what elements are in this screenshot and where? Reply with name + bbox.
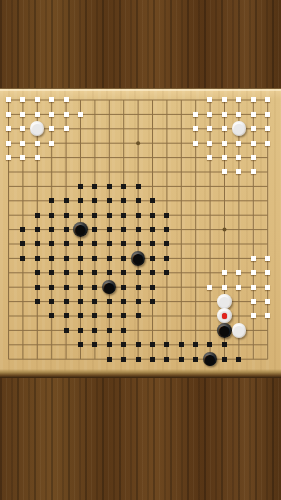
- board-cell[interactable]: [102, 352, 116, 366]
- board-cell[interactable]: [203, 237, 217, 251]
- board-cell[interactable]: [188, 323, 202, 337]
- board-cell[interactable]: [203, 107, 217, 121]
- board-cell[interactable]: [131, 136, 145, 150]
- board-cell[interactable]: [160, 107, 174, 121]
- board-cell[interactable]: [203, 337, 217, 351]
- board-cell[interactable]: [160, 251, 174, 265]
- board-cell[interactable]: [246, 222, 260, 236]
- board-cell[interactable]: [203, 165, 217, 179]
- board-cell[interactable]: [217, 265, 231, 279]
- board-cell[interactable]: [16, 194, 30, 208]
- board-cell[interactable]: [102, 208, 116, 222]
- board-cell[interactable]: [44, 165, 58, 179]
- board-cell[interactable]: [160, 150, 174, 164]
- board-cell[interactable]: [16, 265, 30, 279]
- board-cell[interactable]: [44, 237, 58, 251]
- board-cell[interactable]: [102, 179, 116, 193]
- board-cell[interactable]: [59, 122, 73, 136]
- board-cell[interactable]: [217, 237, 231, 251]
- board-cell[interactable]: [59, 265, 73, 279]
- board-cell[interactable]: [217, 352, 231, 366]
- board-cell[interactable]: [232, 179, 246, 193]
- board-cell[interactable]: [116, 237, 130, 251]
- board-cell[interactable]: [16, 179, 30, 193]
- board-cell[interactable]: [59, 251, 73, 265]
- board-cell[interactable]: [131, 337, 145, 351]
- board-cell[interactable]: [73, 280, 87, 294]
- board-cell[interactable]: [145, 337, 159, 351]
- board-cell[interactable]: [246, 194, 260, 208]
- board-cell[interactable]: [131, 294, 145, 308]
- board-cell[interactable]: [260, 323, 274, 337]
- board-cell[interactable]: [59, 179, 73, 193]
- board-cell[interactable]: [174, 309, 188, 323]
- board-cell[interactable]: [116, 265, 130, 279]
- board-cell[interactable]: [145, 107, 159, 121]
- board-cell[interactable]: [30, 208, 44, 222]
- board-cell[interactable]: [116, 251, 130, 265]
- board-cell[interactable]: [246, 107, 260, 121]
- board-cell[interactable]: [145, 122, 159, 136]
- board-cell[interactable]: [44, 323, 58, 337]
- board-cell[interactable]: [88, 208, 102, 222]
- board-cell[interactable]: [174, 194, 188, 208]
- board-cell[interactable]: [174, 222, 188, 236]
- board-cell[interactable]: [217, 107, 231, 121]
- board-cell[interactable]: [73, 93, 87, 107]
- board-cell[interactable]: [174, 107, 188, 121]
- board-cell[interactable]: [44, 136, 58, 150]
- board-cell[interactable]: [1, 337, 15, 351]
- board-cell[interactable]: [232, 208, 246, 222]
- board-cell[interactable]: [131, 265, 145, 279]
- board-cell[interactable]: [30, 265, 44, 279]
- board-cell[interactable]: [203, 93, 217, 107]
- board-cell[interactable]: [246, 294, 260, 308]
- board-cell[interactable]: [73, 323, 87, 337]
- board-cell[interactable]: [88, 122, 102, 136]
- board-cell[interactable]: [116, 208, 130, 222]
- board-cell[interactable]: [16, 93, 30, 107]
- board-cell[interactable]: [188, 222, 202, 236]
- board-cell[interactable]: [145, 323, 159, 337]
- board-cell[interactable]: ●: [217, 323, 231, 337]
- board-cell[interactable]: [102, 237, 116, 251]
- board-cell[interactable]: [88, 194, 102, 208]
- board-cell[interactable]: [44, 93, 58, 107]
- board-cell[interactable]: [1, 294, 15, 308]
- board-cell[interactable]: [246, 280, 260, 294]
- board-cell[interactable]: [188, 237, 202, 251]
- board-cell[interactable]: [16, 294, 30, 308]
- board-cell[interactable]: [59, 93, 73, 107]
- board-cell[interactable]: [59, 352, 73, 366]
- board-cell[interactable]: [217, 251, 231, 265]
- board-cell[interactable]: [217, 337, 231, 351]
- board-cell[interactable]: [30, 222, 44, 236]
- board-cell[interactable]: [88, 337, 102, 351]
- board-cell[interactable]: [145, 150, 159, 164]
- board-cell[interactable]: [16, 136, 30, 150]
- board-cell[interactable]: [73, 294, 87, 308]
- board-cell[interactable]: [160, 323, 174, 337]
- board-cell[interactable]: [145, 222, 159, 236]
- board-cell[interactable]: [260, 222, 274, 236]
- board-cell[interactable]: [102, 122, 116, 136]
- board-cell[interactable]: [160, 122, 174, 136]
- board-cell[interactable]: [44, 107, 58, 121]
- board-cell[interactable]: [30, 237, 44, 251]
- board-cell[interactable]: [1, 150, 15, 164]
- board-cell[interactable]: [131, 107, 145, 121]
- board-cell[interactable]: [102, 309, 116, 323]
- board-cell[interactable]: [145, 280, 159, 294]
- board-cell[interactable]: [16, 122, 30, 136]
- board-cell[interactable]: [30, 294, 44, 308]
- board-cell[interactable]: [59, 222, 73, 236]
- board-cell[interactable]: [88, 352, 102, 366]
- board-cell[interactable]: [116, 352, 130, 366]
- board-cell[interactable]: [232, 309, 246, 323]
- board-cell[interactable]: [102, 165, 116, 179]
- board-cell[interactable]: [203, 122, 217, 136]
- board-cell[interactable]: [188, 165, 202, 179]
- board-cell[interactable]: [30, 136, 44, 150]
- board-cell[interactable]: [73, 337, 87, 351]
- board-cell[interactable]: [217, 165, 231, 179]
- board-cell[interactable]: [102, 294, 116, 308]
- board-cell[interactable]: [1, 309, 15, 323]
- board-cell[interactable]: [203, 136, 217, 150]
- board-cell[interactable]: [88, 179, 102, 193]
- board-cell[interactable]: [217, 150, 231, 164]
- board-cell[interactable]: [160, 309, 174, 323]
- board-cell[interactable]: [174, 165, 188, 179]
- board-cell[interactable]: [246, 93, 260, 107]
- board-cell[interactable]: [160, 352, 174, 366]
- board-cell[interactable]: [246, 208, 260, 222]
- board-cell[interactable]: [73, 194, 87, 208]
- board-cell[interactable]: ●: [217, 309, 231, 323]
- board-cell[interactable]: [44, 294, 58, 308]
- board-cell[interactable]: [188, 280, 202, 294]
- board-cell[interactable]: [16, 323, 30, 337]
- board-cell[interactable]: [102, 194, 116, 208]
- board-cell[interactable]: [102, 337, 116, 351]
- board-cell[interactable]: [44, 222, 58, 236]
- board-cell[interactable]: [30, 179, 44, 193]
- board-cell[interactable]: [188, 309, 202, 323]
- board-cell[interactable]: [160, 208, 174, 222]
- board-cell[interactable]: [73, 309, 87, 323]
- board-cell[interactable]: [232, 222, 246, 236]
- board-cell[interactable]: [88, 165, 102, 179]
- board-cell[interactable]: [160, 136, 174, 150]
- board-cell[interactable]: [131, 309, 145, 323]
- board-cell[interactable]: [73, 179, 87, 193]
- board-cell[interactable]: [174, 352, 188, 366]
- board-cell[interactable]: [116, 194, 130, 208]
- board-cell[interactable]: [59, 150, 73, 164]
- board-cell[interactable]: [102, 265, 116, 279]
- board-cell[interactable]: ●: [232, 122, 246, 136]
- board-cell[interactable]: [73, 352, 87, 366]
- board-cell[interactable]: [145, 93, 159, 107]
- board-cell[interactable]: [145, 194, 159, 208]
- board-cell[interactable]: [116, 280, 130, 294]
- board-cell[interactable]: [1, 280, 15, 294]
- board-cell[interactable]: [1, 352, 15, 366]
- board-cell[interactable]: [145, 309, 159, 323]
- board-cell[interactable]: [232, 294, 246, 308]
- board-cell[interactable]: [1, 122, 15, 136]
- board-cell[interactable]: [232, 165, 246, 179]
- board-cell[interactable]: [116, 294, 130, 308]
- board-cell[interactable]: [203, 309, 217, 323]
- board-cell[interactable]: [59, 194, 73, 208]
- board-cell[interactable]: [260, 165, 274, 179]
- board-cell[interactable]: [246, 309, 260, 323]
- board-cell[interactable]: [116, 122, 130, 136]
- board-cell[interactable]: [73, 265, 87, 279]
- board-cell[interactable]: [246, 165, 260, 179]
- board-cell[interactable]: [131, 194, 145, 208]
- board-cell[interactable]: [88, 265, 102, 279]
- board-cell[interactable]: [246, 150, 260, 164]
- board-cell[interactable]: [116, 222, 130, 236]
- board-cell[interactable]: [145, 179, 159, 193]
- board-cell[interactable]: [1, 237, 15, 251]
- board-cell[interactable]: [188, 208, 202, 222]
- board-cell[interactable]: [30, 150, 44, 164]
- board-cell[interactable]: [44, 251, 58, 265]
- board-cell[interactable]: [44, 280, 58, 294]
- board-cell[interactable]: [260, 237, 274, 251]
- board-cell[interactable]: [16, 280, 30, 294]
- board-cell[interactable]: [16, 222, 30, 236]
- board-cell[interactable]: [160, 93, 174, 107]
- board-cell[interactable]: [246, 237, 260, 251]
- board-cell[interactable]: [116, 179, 130, 193]
- board-cell[interactable]: [1, 208, 15, 222]
- board-cell[interactable]: ●: [232, 323, 246, 337]
- board-cell[interactable]: [145, 136, 159, 150]
- board-cell[interactable]: [102, 93, 116, 107]
- board-cell[interactable]: [203, 294, 217, 308]
- board-cell[interactable]: [174, 208, 188, 222]
- board-cell[interactable]: [160, 194, 174, 208]
- board-cell[interactable]: ●: [30, 122, 44, 136]
- board-cell[interactable]: [260, 122, 274, 136]
- board-cell[interactable]: [131, 208, 145, 222]
- board-cell[interactable]: [174, 122, 188, 136]
- board-cell[interactable]: [217, 136, 231, 150]
- board-cell[interactable]: [131, 280, 145, 294]
- board-cell[interactable]: [59, 280, 73, 294]
- board-cell[interactable]: [102, 107, 116, 121]
- board-cell[interactable]: [16, 352, 30, 366]
- board-cell[interactable]: [174, 136, 188, 150]
- board-cell[interactable]: [1, 179, 15, 193]
- board-cell[interactable]: [203, 222, 217, 236]
- board-cell[interactable]: [217, 222, 231, 236]
- board-cell[interactable]: [1, 165, 15, 179]
- board-cell[interactable]: [44, 179, 58, 193]
- board-cell[interactable]: [30, 194, 44, 208]
- board-cell[interactable]: [188, 136, 202, 150]
- board-cell[interactable]: [73, 107, 87, 121]
- board-cell[interactable]: [160, 222, 174, 236]
- board-cell[interactable]: [59, 165, 73, 179]
- board-cell[interactable]: [16, 150, 30, 164]
- board-cell[interactable]: [203, 208, 217, 222]
- board-cell[interactable]: [131, 93, 145, 107]
- board-cell[interactable]: [246, 251, 260, 265]
- board-cell[interactable]: [160, 337, 174, 351]
- board-cell[interactable]: [203, 150, 217, 164]
- board-cell[interactable]: [73, 251, 87, 265]
- board-cell[interactable]: [188, 265, 202, 279]
- board-cell[interactable]: [16, 251, 30, 265]
- board-cell[interactable]: [260, 107, 274, 121]
- board-cell[interactable]: [188, 93, 202, 107]
- board-cell[interactable]: [30, 165, 44, 179]
- board-cell[interactable]: [217, 194, 231, 208]
- board-cell[interactable]: [131, 122, 145, 136]
- board-cell[interactable]: [88, 237, 102, 251]
- board-cell[interactable]: [188, 107, 202, 121]
- board-cell[interactable]: [174, 93, 188, 107]
- board-cell[interactable]: [44, 194, 58, 208]
- board-cell[interactable]: [73, 136, 87, 150]
- board-cell[interactable]: [217, 122, 231, 136]
- board-cell[interactable]: [260, 179, 274, 193]
- board-cell[interactable]: [102, 136, 116, 150]
- board-cell[interactable]: [88, 136, 102, 150]
- board-cell[interactable]: [203, 179, 217, 193]
- board-cell[interactable]: [246, 352, 260, 366]
- board-cell[interactable]: [232, 251, 246, 265]
- board-cell[interactable]: [73, 237, 87, 251]
- board-cell[interactable]: [246, 136, 260, 150]
- board-cell[interactable]: [30, 251, 44, 265]
- board-cell[interactable]: [203, 265, 217, 279]
- board-cell[interactable]: [88, 93, 102, 107]
- board-cell[interactable]: [145, 237, 159, 251]
- board-cell[interactable]: [260, 309, 274, 323]
- board-cell[interactable]: [44, 122, 58, 136]
- board-cell[interactable]: [260, 265, 274, 279]
- board-cell[interactable]: [174, 179, 188, 193]
- board-cell[interactable]: [44, 352, 58, 366]
- board-cell[interactable]: [260, 352, 274, 366]
- board-cell[interactable]: [188, 122, 202, 136]
- board-cell[interactable]: [59, 323, 73, 337]
- board-cell[interactable]: [59, 208, 73, 222]
- board-cell[interactable]: [232, 194, 246, 208]
- board-cell[interactable]: [1, 251, 15, 265]
- board-cell[interactable]: [160, 237, 174, 251]
- board-cell[interactable]: [73, 122, 87, 136]
- board-cell[interactable]: [16, 237, 30, 251]
- board-cell[interactable]: [59, 337, 73, 351]
- board-cell[interactable]: [30, 337, 44, 351]
- board-cell[interactable]: [232, 237, 246, 251]
- board-cell[interactable]: [131, 352, 145, 366]
- board-cell[interactable]: [88, 150, 102, 164]
- board-cell[interactable]: [260, 208, 274, 222]
- board-cell[interactable]: [188, 251, 202, 265]
- board-cell[interactable]: ●: [73, 222, 87, 236]
- board-cell[interactable]: [232, 93, 246, 107]
- board-cell[interactable]: [260, 150, 274, 164]
- board-cell[interactable]: [217, 179, 231, 193]
- board-cell[interactable]: [102, 323, 116, 337]
- board-cell[interactable]: [131, 165, 145, 179]
- board-cell[interactable]: ●: [102, 280, 116, 294]
- board-cell[interactable]: [59, 107, 73, 121]
- board-cell[interactable]: [116, 165, 130, 179]
- board-cell[interactable]: [116, 150, 130, 164]
- board-cell[interactable]: [1, 107, 15, 121]
- board-cell[interactable]: [232, 337, 246, 351]
- board-cell[interactable]: [260, 93, 274, 107]
- board-cell[interactable]: [260, 337, 274, 351]
- board-cell[interactable]: [1, 194, 15, 208]
- board-cell[interactable]: [174, 251, 188, 265]
- board-cell[interactable]: [246, 337, 260, 351]
- board-cell[interactable]: [174, 323, 188, 337]
- board-cell[interactable]: [160, 294, 174, 308]
- board-cell[interactable]: [16, 107, 30, 121]
- board-cell[interactable]: [145, 251, 159, 265]
- board-cell[interactable]: [44, 337, 58, 351]
- board-cell[interactable]: [160, 165, 174, 179]
- board-cell[interactable]: [59, 294, 73, 308]
- board-cell[interactable]: [1, 136, 15, 150]
- board-cell[interactable]: [160, 265, 174, 279]
- board-cell[interactable]: [88, 280, 102, 294]
- board-cell[interactable]: [73, 150, 87, 164]
- board-cell[interactable]: [131, 179, 145, 193]
- board-cell[interactable]: [145, 294, 159, 308]
- board-cell[interactable]: [88, 323, 102, 337]
- board-cell[interactable]: [44, 150, 58, 164]
- board-cell[interactable]: [160, 280, 174, 294]
- board-cell[interactable]: [174, 337, 188, 351]
- board-cell[interactable]: [30, 309, 44, 323]
- board-cell[interactable]: [145, 165, 159, 179]
- board-cell[interactable]: [116, 136, 130, 150]
- board-cell[interactable]: [160, 179, 174, 193]
- board-cell[interactable]: [217, 208, 231, 222]
- board-cell[interactable]: [232, 280, 246, 294]
- board-cell[interactable]: [232, 352, 246, 366]
- board-cell[interactable]: [88, 294, 102, 308]
- board-cell[interactable]: [188, 352, 202, 366]
- board-cell[interactable]: [102, 251, 116, 265]
- board-cell[interactable]: [116, 93, 130, 107]
- board-cell[interactable]: [88, 251, 102, 265]
- board-cell[interactable]: [174, 294, 188, 308]
- board-cell[interactable]: [188, 150, 202, 164]
- board-cell[interactable]: [59, 309, 73, 323]
- board-cell[interactable]: [88, 222, 102, 236]
- board-cell[interactable]: [260, 280, 274, 294]
- board-cell[interactable]: [1, 222, 15, 236]
- board-cell[interactable]: [102, 150, 116, 164]
- board-cell[interactable]: [232, 150, 246, 164]
